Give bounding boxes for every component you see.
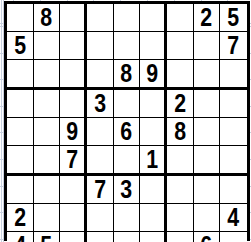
given-digit: 4 [228,204,240,231]
cell-r7c9[interactable] [220,176,247,204]
given-digit: 5 [228,4,240,31]
cell-r1c2[interactable]: 8 [34,4,61,32]
cell-r7c8[interactable] [194,176,221,204]
cell-r6c1[interactable] [7,146,34,176]
given-digit: 3 [94,90,106,117]
cell-r6c6[interactable]: 1 [140,146,167,176]
cell-r5c8[interactable] [194,118,221,146]
cell-r5c5[interactable]: 6 [114,118,141,146]
given-digit: 5 [41,232,53,242]
cell-r6c4[interactable] [87,146,114,176]
given-digit: 7 [66,146,78,173]
cell-r1c5[interactable] [114,4,141,32]
cell-r3c2[interactable] [34,60,61,90]
cell-r6c8[interactable] [194,146,221,176]
cell-r8c9[interactable]: 4 [220,204,247,232]
cell-r1c1[interactable] [7,4,34,32]
cell-r3c4[interactable] [87,60,114,90]
cell-r9c2[interactable]: 5 [34,232,61,242]
cell-r3c6[interactable]: 9 [140,60,167,90]
cell-r2c6[interactable] [140,32,167,60]
given-digit: 7 [94,176,106,203]
given-digit: 6 [201,232,213,242]
cell-r2c5[interactable] [114,32,141,60]
cell-r2c8[interactable] [194,32,221,60]
cell-r1c4[interactable] [87,4,114,32]
cell-r8c7[interactable] [167,204,194,232]
cell-r6c5[interactable] [114,146,141,176]
given-digit: 2 [174,90,186,117]
given-digit: 8 [121,60,133,87]
cell-r5c9[interactable] [220,118,247,146]
cell-r1c7[interactable] [167,4,194,32]
cell-r5c2[interactable] [34,118,61,146]
cell-r2c3[interactable] [60,32,87,60]
given-digit: 2 [201,4,213,31]
cell-r8c8[interactable] [194,204,221,232]
given-digit: 7 [228,32,240,59]
cell-r9c6[interactable] [140,232,167,242]
cell-r8c3[interactable] [60,204,87,232]
given-digit: 2 [14,204,26,231]
cell-r7c3[interactable] [60,176,87,204]
cell-r3c9[interactable] [220,60,247,90]
cell-r4c1[interactable] [7,90,34,118]
cell-r8c2[interactable] [34,204,61,232]
cell-r9c8[interactable]: 6 [194,232,221,242]
cell-r4c8[interactable] [194,90,221,118]
cell-r9c4[interactable] [87,232,114,242]
cell-r2c9[interactable]: 7 [220,32,247,60]
cell-r4c9[interactable] [220,90,247,118]
cell-r5c6[interactable] [140,118,167,146]
cell-r1c8[interactable]: 2 [194,4,221,32]
cell-r2c7[interactable] [167,32,194,60]
cell-r7c7[interactable] [167,176,194,204]
cell-r7c2[interactable] [34,176,61,204]
cell-r4c6[interactable] [140,90,167,118]
cell-r7c1[interactable] [7,176,34,204]
cell-r5c3[interactable]: 9 [60,118,87,146]
cell-r1c9[interactable]: 5 [220,4,247,32]
given-digit: 9 [66,118,78,145]
cell-r3c3[interactable] [60,60,87,90]
given-digit: 1 [146,146,158,173]
cell-r3c8[interactable] [194,60,221,90]
cell-r7c4[interactable]: 7 [87,176,114,204]
sudoku-board: 825578932968717324456 [4,1,250,241]
cell-r5c1[interactable] [7,118,34,146]
sudoku-screenshot: 825578932968717324456 [0,0,251,242]
cell-r6c9[interactable] [220,146,247,176]
cell-r5c7[interactable]: 8 [167,118,194,146]
given-digit: 8 [174,118,186,145]
cell-r4c5[interactable] [114,90,141,118]
cell-r9c3[interactable] [60,232,87,242]
cell-r5c4[interactable] [87,118,114,146]
cell-r9c5[interactable] [114,232,141,242]
cell-r7c5[interactable]: 3 [114,176,141,204]
cell-r8c4[interactable] [87,204,114,232]
cell-r8c6[interactable] [140,204,167,232]
cell-r3c5[interactable]: 8 [114,60,141,90]
cell-r6c7[interactable] [167,146,194,176]
given-digit: 3 [121,176,133,203]
cell-r8c5[interactable] [114,204,141,232]
given-digit: 9 [146,60,158,87]
given-digit: 4 [14,232,26,242]
given-digit: 6 [121,118,133,145]
cell-r4c7[interactable]: 2 [167,90,194,118]
cell-r2c1[interactable]: 5 [7,32,34,60]
cell-r2c2[interactable] [34,32,61,60]
cell-r1c3[interactable] [60,4,87,32]
cell-r7c6[interactable] [140,176,167,204]
cell-r8c1[interactable]: 2 [7,204,34,232]
cell-r3c7[interactable] [167,60,194,90]
cell-r9c7[interactable] [167,232,194,242]
cell-r9c9[interactable] [220,232,247,242]
cell-r6c3[interactable]: 7 [60,146,87,176]
cell-r4c3[interactable] [60,90,87,118]
cell-r2c4[interactable] [87,32,114,60]
cell-r6c2[interactable] [34,146,61,176]
cell-r1c6[interactable] [140,4,167,32]
cell-r4c2[interactable] [34,90,61,118]
cell-r9c1[interactable]: 4 [7,232,34,242]
cell-r3c1[interactable] [7,60,34,90]
given-digit: 8 [41,4,53,31]
given-digit: 5 [14,32,26,59]
cell-r4c4[interactable]: 3 [87,90,114,118]
